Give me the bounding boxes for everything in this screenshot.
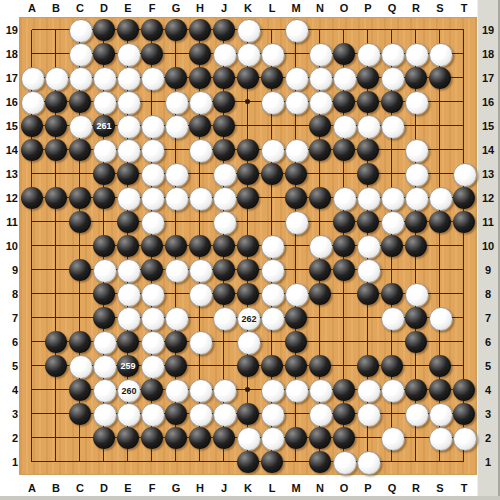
intersection-L19[interactable] bbox=[260, 18, 284, 42]
intersection-G11[interactable] bbox=[164, 210, 188, 234]
intersection-A18[interactable] bbox=[20, 42, 44, 66]
intersection-E9[interactable] bbox=[116, 258, 140, 282]
intersection-O11[interactable] bbox=[332, 210, 356, 234]
intersection-H4[interactable] bbox=[188, 378, 212, 402]
intersection-N16[interactable] bbox=[308, 90, 332, 114]
intersection-M14[interactable] bbox=[284, 138, 308, 162]
intersection-J11[interactable] bbox=[212, 210, 236, 234]
intersection-Q2[interactable] bbox=[380, 426, 404, 450]
intersection-B17[interactable] bbox=[44, 66, 68, 90]
intersection-G19[interactable] bbox=[164, 18, 188, 42]
intersection-F5[interactable] bbox=[140, 354, 164, 378]
intersection-B12[interactable] bbox=[44, 186, 68, 210]
intersection-S1[interactable] bbox=[428, 450, 452, 474]
intersection-T5[interactable] bbox=[452, 354, 476, 378]
intersection-J1[interactable] bbox=[212, 450, 236, 474]
intersection-C15[interactable] bbox=[68, 114, 92, 138]
intersection-R11[interactable] bbox=[404, 210, 428, 234]
intersection-K1[interactable] bbox=[236, 450, 260, 474]
intersection-B4[interactable] bbox=[44, 378, 68, 402]
intersection-T6[interactable] bbox=[452, 330, 476, 354]
intersection-M17[interactable] bbox=[284, 66, 308, 90]
intersection-C2[interactable] bbox=[68, 426, 92, 450]
intersection-Q14[interactable] bbox=[380, 138, 404, 162]
intersection-F18[interactable] bbox=[140, 42, 164, 66]
intersection-O19[interactable] bbox=[332, 18, 356, 42]
intersection-A12[interactable] bbox=[20, 186, 44, 210]
intersection-R4[interactable] bbox=[404, 378, 428, 402]
intersection-S4[interactable] bbox=[428, 378, 452, 402]
intersection-L8[interactable] bbox=[260, 282, 284, 306]
intersection-Q15[interactable] bbox=[380, 114, 404, 138]
intersection-F13[interactable] bbox=[140, 162, 164, 186]
intersection-G10[interactable] bbox=[164, 234, 188, 258]
intersection-S5[interactable] bbox=[428, 354, 452, 378]
intersection-Q9[interactable] bbox=[380, 258, 404, 282]
intersection-R13[interactable] bbox=[404, 162, 428, 186]
intersection-A8[interactable] bbox=[20, 282, 44, 306]
intersection-F8[interactable] bbox=[140, 282, 164, 306]
intersection-P7[interactable] bbox=[356, 306, 380, 330]
intersection-M7[interactable] bbox=[284, 306, 308, 330]
intersection-M10[interactable] bbox=[284, 234, 308, 258]
intersection-P19[interactable] bbox=[356, 18, 380, 42]
intersection-K11[interactable] bbox=[236, 210, 260, 234]
intersection-P11[interactable] bbox=[356, 210, 380, 234]
intersection-E14[interactable] bbox=[116, 138, 140, 162]
intersection-C12[interactable] bbox=[68, 186, 92, 210]
intersection-T8[interactable] bbox=[452, 282, 476, 306]
intersection-M2[interactable] bbox=[284, 426, 308, 450]
intersection-O14[interactable] bbox=[332, 138, 356, 162]
intersection-G16[interactable] bbox=[164, 90, 188, 114]
intersection-E1[interactable] bbox=[116, 450, 140, 474]
intersection-C6[interactable] bbox=[68, 330, 92, 354]
intersection-S14[interactable] bbox=[428, 138, 452, 162]
intersection-P8[interactable] bbox=[356, 282, 380, 306]
intersection-F11[interactable] bbox=[140, 210, 164, 234]
intersection-R12[interactable] bbox=[404, 186, 428, 210]
intersection-Q12[interactable] bbox=[380, 186, 404, 210]
intersection-M11[interactable] bbox=[284, 210, 308, 234]
intersection-A11[interactable] bbox=[20, 210, 44, 234]
intersection-A15[interactable] bbox=[20, 114, 44, 138]
intersection-H8[interactable] bbox=[188, 282, 212, 306]
intersection-R17[interactable] bbox=[404, 66, 428, 90]
intersection-D10[interactable] bbox=[92, 234, 116, 258]
intersection-P1[interactable] bbox=[356, 450, 380, 474]
intersection-S13[interactable] bbox=[428, 162, 452, 186]
intersection-A4[interactable] bbox=[20, 378, 44, 402]
intersection-F7[interactable] bbox=[140, 306, 164, 330]
intersection-P5[interactable] bbox=[356, 354, 380, 378]
intersection-D9[interactable] bbox=[92, 258, 116, 282]
intersection-K16[interactable] bbox=[236, 90, 260, 114]
intersection-Q7[interactable] bbox=[380, 306, 404, 330]
intersection-R18[interactable] bbox=[404, 42, 428, 66]
intersection-Q3[interactable] bbox=[380, 402, 404, 426]
intersection-C8[interactable] bbox=[68, 282, 92, 306]
intersection-M9[interactable] bbox=[284, 258, 308, 282]
intersection-S9[interactable] bbox=[428, 258, 452, 282]
intersection-T14[interactable] bbox=[452, 138, 476, 162]
intersection-R9[interactable] bbox=[404, 258, 428, 282]
intersection-P17[interactable] bbox=[356, 66, 380, 90]
intersection-R7[interactable] bbox=[404, 306, 428, 330]
intersection-N4[interactable] bbox=[308, 378, 332, 402]
intersection-O6[interactable] bbox=[332, 330, 356, 354]
intersection-B18[interactable] bbox=[44, 42, 68, 66]
intersection-G14[interactable] bbox=[164, 138, 188, 162]
intersection-G8[interactable] bbox=[164, 282, 188, 306]
intersection-F10[interactable] bbox=[140, 234, 164, 258]
intersection-C14[interactable] bbox=[68, 138, 92, 162]
intersection-D13[interactable] bbox=[92, 162, 116, 186]
intersection-C7[interactable] bbox=[68, 306, 92, 330]
intersection-L10[interactable] bbox=[260, 234, 284, 258]
intersection-D14[interactable] bbox=[92, 138, 116, 162]
intersection-C9[interactable] bbox=[68, 258, 92, 282]
intersection-S10[interactable] bbox=[428, 234, 452, 258]
intersection-N17[interactable] bbox=[308, 66, 332, 90]
intersection-Q16[interactable] bbox=[380, 90, 404, 114]
intersection-G2[interactable] bbox=[164, 426, 188, 450]
intersection-J17[interactable] bbox=[212, 66, 236, 90]
intersection-H7[interactable] bbox=[188, 306, 212, 330]
intersection-G9[interactable] bbox=[164, 258, 188, 282]
intersection-B3[interactable] bbox=[44, 402, 68, 426]
intersection-L16[interactable] bbox=[260, 90, 284, 114]
intersection-M6[interactable] bbox=[284, 330, 308, 354]
intersection-T16[interactable] bbox=[452, 90, 476, 114]
intersection-R3[interactable] bbox=[404, 402, 428, 426]
intersection-S12[interactable] bbox=[428, 186, 452, 210]
intersection-L13[interactable] bbox=[260, 162, 284, 186]
intersection-Q11[interactable] bbox=[380, 210, 404, 234]
intersection-C3[interactable] bbox=[68, 402, 92, 426]
intersection-Q18[interactable] bbox=[380, 42, 404, 66]
intersection-M4[interactable] bbox=[284, 378, 308, 402]
intersection-C13[interactable] bbox=[68, 162, 92, 186]
intersection-T7[interactable] bbox=[452, 306, 476, 330]
intersection-H17[interactable] bbox=[188, 66, 212, 90]
intersection-L12[interactable] bbox=[260, 186, 284, 210]
intersection-S15[interactable] bbox=[428, 114, 452, 138]
intersection-F9[interactable] bbox=[140, 258, 164, 282]
intersection-E2[interactable] bbox=[116, 426, 140, 450]
intersection-L7[interactable] bbox=[260, 306, 284, 330]
intersection-A6[interactable] bbox=[20, 330, 44, 354]
intersection-K13[interactable] bbox=[236, 162, 260, 186]
intersection-T17[interactable] bbox=[452, 66, 476, 90]
intersection-P16[interactable] bbox=[356, 90, 380, 114]
intersection-N9[interactable] bbox=[308, 258, 332, 282]
intersection-A5[interactable] bbox=[20, 354, 44, 378]
intersection-C1[interactable] bbox=[68, 450, 92, 474]
intersection-D4[interactable] bbox=[92, 378, 116, 402]
intersection-O16[interactable] bbox=[332, 90, 356, 114]
intersection-G4[interactable] bbox=[164, 378, 188, 402]
intersection-B16[interactable] bbox=[44, 90, 68, 114]
intersection-P18[interactable] bbox=[356, 42, 380, 66]
intersection-O15[interactable] bbox=[332, 114, 356, 138]
intersection-R6[interactable] bbox=[404, 330, 428, 354]
intersection-L6[interactable] bbox=[260, 330, 284, 354]
intersection-K6[interactable] bbox=[236, 330, 260, 354]
intersection-P15[interactable] bbox=[356, 114, 380, 138]
intersection-J5[interactable] bbox=[212, 354, 236, 378]
intersection-F12[interactable] bbox=[140, 186, 164, 210]
intersection-L1[interactable] bbox=[260, 450, 284, 474]
intersection-D15[interactable]: 261 bbox=[92, 114, 116, 138]
intersection-P10[interactable] bbox=[356, 234, 380, 258]
intersection-K8[interactable] bbox=[236, 282, 260, 306]
intersection-G1[interactable] bbox=[164, 450, 188, 474]
intersection-P13[interactable] bbox=[356, 162, 380, 186]
intersection-K15[interactable] bbox=[236, 114, 260, 138]
intersection-S3[interactable] bbox=[428, 402, 452, 426]
intersection-M13[interactable] bbox=[284, 162, 308, 186]
intersection-R14[interactable] bbox=[404, 138, 428, 162]
intersection-M19[interactable] bbox=[284, 18, 308, 42]
intersection-H14[interactable] bbox=[188, 138, 212, 162]
intersection-Q17[interactable] bbox=[380, 66, 404, 90]
intersection-H16[interactable] bbox=[188, 90, 212, 114]
intersection-T13[interactable] bbox=[452, 162, 476, 186]
intersection-F3[interactable] bbox=[140, 402, 164, 426]
intersection-F1[interactable] bbox=[140, 450, 164, 474]
intersection-N14[interactable] bbox=[308, 138, 332, 162]
intersection-G3[interactable] bbox=[164, 402, 188, 426]
intersection-F6[interactable] bbox=[140, 330, 164, 354]
intersection-L14[interactable] bbox=[260, 138, 284, 162]
intersection-K14[interactable] bbox=[236, 138, 260, 162]
intersection-A19[interactable] bbox=[20, 18, 44, 42]
intersection-L5[interactable] bbox=[260, 354, 284, 378]
intersection-J7[interactable] bbox=[212, 306, 236, 330]
intersection-B7[interactable] bbox=[44, 306, 68, 330]
intersection-L9[interactable] bbox=[260, 258, 284, 282]
intersection-R10[interactable] bbox=[404, 234, 428, 258]
intersection-N6[interactable] bbox=[308, 330, 332, 354]
intersection-P2[interactable] bbox=[356, 426, 380, 450]
intersection-K7[interactable]: 262 bbox=[236, 306, 260, 330]
intersection-B1[interactable] bbox=[44, 450, 68, 474]
intersection-K9[interactable] bbox=[236, 258, 260, 282]
intersection-O5[interactable] bbox=[332, 354, 356, 378]
intersection-T12[interactable] bbox=[452, 186, 476, 210]
intersection-L17[interactable] bbox=[260, 66, 284, 90]
intersection-J15[interactable] bbox=[212, 114, 236, 138]
intersection-O4[interactable] bbox=[332, 378, 356, 402]
intersection-M15[interactable] bbox=[284, 114, 308, 138]
intersection-B8[interactable] bbox=[44, 282, 68, 306]
intersection-Q19[interactable] bbox=[380, 18, 404, 42]
intersection-C11[interactable] bbox=[68, 210, 92, 234]
intersection-N1[interactable] bbox=[308, 450, 332, 474]
intersection-E12[interactable] bbox=[116, 186, 140, 210]
intersection-G12[interactable] bbox=[164, 186, 188, 210]
intersection-J12[interactable] bbox=[212, 186, 236, 210]
intersection-M8[interactable] bbox=[284, 282, 308, 306]
intersection-T15[interactable] bbox=[452, 114, 476, 138]
intersection-H2[interactable] bbox=[188, 426, 212, 450]
intersection-E5[interactable]: 259 bbox=[116, 354, 140, 378]
intersection-Q4[interactable] bbox=[380, 378, 404, 402]
intersection-L3[interactable] bbox=[260, 402, 284, 426]
intersection-F17[interactable] bbox=[140, 66, 164, 90]
intersection-A9[interactable] bbox=[20, 258, 44, 282]
intersection-H12[interactable] bbox=[188, 186, 212, 210]
intersection-D18[interactable] bbox=[92, 42, 116, 66]
intersection-N11[interactable] bbox=[308, 210, 332, 234]
intersection-D1[interactable] bbox=[92, 450, 116, 474]
intersection-N12[interactable] bbox=[308, 186, 332, 210]
intersection-G15[interactable] bbox=[164, 114, 188, 138]
intersection-L18[interactable] bbox=[260, 42, 284, 66]
intersection-J4[interactable] bbox=[212, 378, 236, 402]
intersection-O13[interactable] bbox=[332, 162, 356, 186]
intersection-A17[interactable] bbox=[20, 66, 44, 90]
intersection-D2[interactable] bbox=[92, 426, 116, 450]
intersection-T11[interactable] bbox=[452, 210, 476, 234]
intersection-D3[interactable] bbox=[92, 402, 116, 426]
intersection-E17[interactable] bbox=[116, 66, 140, 90]
intersection-E7[interactable] bbox=[116, 306, 140, 330]
intersection-A16[interactable] bbox=[20, 90, 44, 114]
intersection-D12[interactable] bbox=[92, 186, 116, 210]
intersection-C17[interactable] bbox=[68, 66, 92, 90]
intersection-A13[interactable] bbox=[20, 162, 44, 186]
intersection-F16[interactable] bbox=[140, 90, 164, 114]
intersection-O7[interactable] bbox=[332, 306, 356, 330]
intersection-O17[interactable] bbox=[332, 66, 356, 90]
intersection-H5[interactable] bbox=[188, 354, 212, 378]
intersection-K2[interactable] bbox=[236, 426, 260, 450]
intersection-M1[interactable] bbox=[284, 450, 308, 474]
intersection-G17[interactable] bbox=[164, 66, 188, 90]
intersection-H15[interactable] bbox=[188, 114, 212, 138]
intersection-E8[interactable] bbox=[116, 282, 140, 306]
intersection-R8[interactable] bbox=[404, 282, 428, 306]
intersection-E3[interactable] bbox=[116, 402, 140, 426]
intersection-O1[interactable] bbox=[332, 450, 356, 474]
intersection-J18[interactable] bbox=[212, 42, 236, 66]
intersection-A7[interactable] bbox=[20, 306, 44, 330]
intersection-D7[interactable] bbox=[92, 306, 116, 330]
intersection-P3[interactable] bbox=[356, 402, 380, 426]
intersection-R19[interactable] bbox=[404, 18, 428, 42]
intersection-H9[interactable] bbox=[188, 258, 212, 282]
intersection-O2[interactable] bbox=[332, 426, 356, 450]
intersection-P9[interactable] bbox=[356, 258, 380, 282]
intersection-R15[interactable] bbox=[404, 114, 428, 138]
intersection-A3[interactable] bbox=[20, 402, 44, 426]
intersection-B2[interactable] bbox=[44, 426, 68, 450]
intersection-B19[interactable] bbox=[44, 18, 68, 42]
intersection-J16[interactable] bbox=[212, 90, 236, 114]
intersection-R5[interactable] bbox=[404, 354, 428, 378]
intersection-J9[interactable] bbox=[212, 258, 236, 282]
intersection-C18[interactable] bbox=[68, 42, 92, 66]
intersection-S2[interactable] bbox=[428, 426, 452, 450]
intersection-H11[interactable] bbox=[188, 210, 212, 234]
intersection-J2[interactable] bbox=[212, 426, 236, 450]
intersection-H3[interactable] bbox=[188, 402, 212, 426]
intersection-F15[interactable] bbox=[140, 114, 164, 138]
intersection-C4[interactable] bbox=[68, 378, 92, 402]
intersection-P6[interactable] bbox=[356, 330, 380, 354]
intersection-B15[interactable] bbox=[44, 114, 68, 138]
intersection-E10[interactable] bbox=[116, 234, 140, 258]
intersection-K19[interactable] bbox=[236, 18, 260, 42]
intersection-B13[interactable] bbox=[44, 162, 68, 186]
intersection-O9[interactable] bbox=[332, 258, 356, 282]
intersection-F14[interactable] bbox=[140, 138, 164, 162]
intersection-C5[interactable] bbox=[68, 354, 92, 378]
intersection-G7[interactable] bbox=[164, 306, 188, 330]
intersection-J10[interactable] bbox=[212, 234, 236, 258]
intersection-K5[interactable] bbox=[236, 354, 260, 378]
intersection-H18[interactable] bbox=[188, 42, 212, 66]
intersection-J19[interactable] bbox=[212, 18, 236, 42]
intersection-N3[interactable] bbox=[308, 402, 332, 426]
intersection-T10[interactable] bbox=[452, 234, 476, 258]
intersection-N13[interactable] bbox=[308, 162, 332, 186]
intersection-C10[interactable] bbox=[68, 234, 92, 258]
intersection-D8[interactable] bbox=[92, 282, 116, 306]
intersection-O18[interactable] bbox=[332, 42, 356, 66]
intersection-G13[interactable] bbox=[164, 162, 188, 186]
intersection-H19[interactable] bbox=[188, 18, 212, 42]
intersection-E4[interactable]: 260 bbox=[116, 378, 140, 402]
intersection-P14[interactable] bbox=[356, 138, 380, 162]
intersection-L15[interactable] bbox=[260, 114, 284, 138]
intersection-Q1[interactable] bbox=[380, 450, 404, 474]
intersection-B5[interactable] bbox=[44, 354, 68, 378]
intersection-S7[interactable] bbox=[428, 306, 452, 330]
intersection-G5[interactable] bbox=[164, 354, 188, 378]
intersection-Q10[interactable] bbox=[380, 234, 404, 258]
intersection-J14[interactable] bbox=[212, 138, 236, 162]
intersection-N5[interactable] bbox=[308, 354, 332, 378]
intersection-D19[interactable] bbox=[92, 18, 116, 42]
intersection-Q5[interactable] bbox=[380, 354, 404, 378]
intersection-E18[interactable] bbox=[116, 42, 140, 66]
intersection-S8[interactable] bbox=[428, 282, 452, 306]
intersection-E13[interactable] bbox=[116, 162, 140, 186]
intersection-O3[interactable] bbox=[332, 402, 356, 426]
intersection-A2[interactable] bbox=[20, 426, 44, 450]
intersection-P12[interactable] bbox=[356, 186, 380, 210]
intersection-D16[interactable] bbox=[92, 90, 116, 114]
intersection-A14[interactable] bbox=[20, 138, 44, 162]
intersection-Q6[interactable] bbox=[380, 330, 404, 354]
intersection-J8[interactable] bbox=[212, 282, 236, 306]
intersection-S16[interactable] bbox=[428, 90, 452, 114]
intersection-B6[interactable] bbox=[44, 330, 68, 354]
intersection-S17[interactable] bbox=[428, 66, 452, 90]
intersection-H1[interactable] bbox=[188, 450, 212, 474]
intersection-K12[interactable] bbox=[236, 186, 260, 210]
intersection-N2[interactable] bbox=[308, 426, 332, 450]
intersection-T18[interactable] bbox=[452, 42, 476, 66]
intersection-B10[interactable] bbox=[44, 234, 68, 258]
intersection-D6[interactable] bbox=[92, 330, 116, 354]
intersection-T1[interactable] bbox=[452, 450, 476, 474]
intersection-F19[interactable] bbox=[140, 18, 164, 42]
intersection-O10[interactable] bbox=[332, 234, 356, 258]
